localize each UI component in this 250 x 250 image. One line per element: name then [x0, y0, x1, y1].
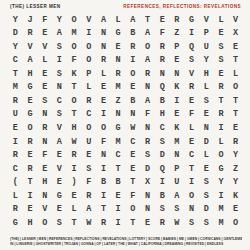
grid-cell: M — [170, 135, 185, 149]
grid-cell: N — [170, 149, 185, 163]
grid-cell: S — [155, 203, 170, 217]
grid-cell: Y — [8, 40, 23, 54]
grid-cell: V — [81, 13, 96, 27]
grid-cell: A — [81, 203, 96, 217]
grid-cell: O — [214, 149, 229, 163]
grid-cell: I — [52, 54, 67, 68]
grid-cell: J — [23, 13, 38, 27]
grid-cell: A — [170, 189, 185, 203]
grid-cell: R — [96, 216, 111, 230]
grid-cell: E — [184, 135, 199, 149]
grid-cell: F — [155, 27, 170, 41]
grid-cell: S — [184, 216, 199, 230]
grid-cell: E — [37, 27, 52, 41]
grid-cell: G — [23, 108, 38, 122]
grid-cell: V — [199, 13, 214, 27]
grid-cell: N — [140, 81, 155, 95]
grid-cell: I — [8, 135, 23, 149]
grid-cell: E — [214, 67, 229, 81]
grid-cell: E — [96, 94, 111, 108]
grid-cell: G — [8, 216, 23, 230]
grid-cell: E — [155, 13, 170, 27]
grid-cell: B — [126, 94, 141, 108]
grid-cell: V — [228, 13, 243, 27]
grid-cell: S — [199, 216, 214, 230]
grid-cell: N — [126, 108, 141, 122]
grid-cell: D — [199, 203, 214, 217]
grid-cell: V — [52, 122, 67, 136]
grid-cell: U — [199, 40, 214, 54]
grid-cell: R — [67, 149, 82, 163]
grid-cell: E — [67, 189, 82, 203]
grid-cell: Y — [228, 149, 243, 163]
grid-cell: F — [140, 108, 155, 122]
grid-cell: I — [184, 27, 199, 41]
grid-cell: T — [228, 54, 243, 68]
grid-cell: V — [37, 203, 52, 217]
grid-cell: A — [126, 13, 141, 27]
word-list-line-2: IN | LINGERIE | GHOSTWRITER | TROJAN | G… — [10, 242, 242, 247]
grid-cell: N — [96, 40, 111, 54]
grid-cell: L — [214, 135, 229, 149]
grid-cell: L — [184, 122, 199, 136]
grid-cell: R — [155, 216, 170, 230]
grid-cell: G — [52, 189, 67, 203]
grid-cell: B — [96, 176, 111, 190]
grid-cell: H — [37, 176, 52, 190]
grid-cell: S — [214, 54, 229, 68]
grid-cell: R — [37, 122, 52, 136]
grid-cell: E — [214, 27, 229, 41]
grid-cell: L — [67, 203, 82, 217]
grid-cell: K — [170, 122, 185, 136]
grid-cell: F — [37, 13, 52, 27]
grid-cell: C — [8, 54, 23, 68]
grid-cell: T — [184, 162, 199, 176]
grid-cell: T — [228, 94, 243, 108]
grid-cell: I — [170, 94, 185, 108]
grid-cell: Y — [214, 176, 229, 190]
grid-cell: S — [184, 54, 199, 68]
grid-cell: E — [37, 81, 52, 95]
grid-cell: B — [111, 176, 126, 190]
grid-cell: O — [184, 189, 199, 203]
grid-cell: I — [23, 189, 38, 203]
grid-cell: H — [155, 108, 170, 122]
grid-cell: M — [111, 81, 126, 95]
grid-cell: R — [214, 108, 229, 122]
grid-cell: A — [140, 54, 155, 68]
grid-cell: ( — [8, 176, 23, 190]
grid-cell: E — [170, 54, 185, 68]
grid-cell: N — [155, 67, 170, 81]
grid-cell: X — [140, 176, 155, 190]
grid-cell: N — [170, 67, 185, 81]
grid-cell: A — [23, 54, 38, 68]
grid-cell: T — [8, 67, 23, 81]
grid-cell: C — [52, 94, 67, 108]
word-list: (THE) | LESSER | MEN | REFERENCES | REFL… — [10, 237, 242, 247]
grid-cell: R — [170, 13, 185, 27]
grid-cell: V — [52, 162, 67, 176]
grid-cell: A — [96, 13, 111, 27]
grid-cell: W — [126, 122, 141, 136]
grid-cell: M — [214, 216, 229, 230]
grid-cell: H — [199, 67, 214, 81]
grid-cell: N — [199, 122, 214, 136]
grid-cell: D — [8, 27, 23, 41]
grid-cell: E — [228, 203, 243, 217]
grid-cell: F — [126, 189, 141, 203]
grid-cell: O — [126, 67, 141, 81]
grid-cell: S — [214, 40, 229, 54]
grid-cell: C — [81, 108, 96, 122]
grid-cell: H — [67, 122, 82, 136]
grid-cell: O — [140, 40, 155, 54]
grid-cell: E — [37, 67, 52, 81]
header: (THE) LESSER MEN REFERENCES, REFLECTIONS… — [10, 4, 241, 9]
grid-cell: W — [67, 135, 82, 149]
grid-cell: D — [199, 135, 214, 149]
grid-cell: E — [37, 162, 52, 176]
grid-cell: T — [67, 216, 82, 230]
grid-cell: R — [155, 54, 170, 68]
grid-cell: U — [8, 108, 23, 122]
grid-cell: Z — [111, 94, 126, 108]
grid-cell: L — [199, 149, 214, 163]
grid-cell: R — [23, 162, 38, 176]
grid-cell: R — [8, 203, 23, 217]
grid-cell: P — [170, 162, 185, 176]
grid-cell: P — [170, 40, 185, 54]
grid-cell: E — [52, 149, 67, 163]
grid-cell: L — [81, 81, 96, 95]
grid-cell: Z — [170, 27, 185, 41]
grid-cell: K — [67, 67, 82, 81]
grid-cell: L — [111, 13, 126, 27]
word-search-grid: YJFYOVALATERGVLVDREAMINGBAFZIPEXYVVSOONE… — [8, 13, 243, 230]
grid-cell: R — [81, 94, 96, 108]
grid-cell: R — [8, 94, 23, 108]
grid-cell: C — [155, 122, 170, 136]
grid-cell: H — [23, 67, 38, 81]
grid-cell: R — [140, 135, 155, 149]
grid-cell: S — [52, 216, 67, 230]
grid-cell: L — [96, 67, 111, 81]
grid-cell: E — [23, 203, 38, 217]
grid-cell: E — [96, 81, 111, 95]
grid-cell: N — [184, 203, 199, 217]
grid-cell: E — [126, 81, 141, 95]
grid-cell: I — [214, 122, 229, 136]
grid-cell: O — [228, 81, 243, 95]
grid-cell: N — [37, 108, 52, 122]
grid-cell: G — [214, 162, 229, 176]
grid-cell: S — [199, 176, 214, 190]
grid-cell: F — [37, 149, 52, 163]
grid-cell: R — [23, 27, 38, 41]
grid-cell: Y — [52, 13, 67, 27]
grid-cell: F — [184, 108, 199, 122]
grid-cell: S — [155, 135, 170, 149]
grid-cell: E — [126, 162, 141, 176]
grid-cell: E — [228, 40, 243, 54]
grid-cell: I — [81, 27, 96, 41]
grid-cell: Y — [199, 54, 214, 68]
grid-cell: Z — [228, 162, 243, 176]
grid-cell: E — [199, 108, 214, 122]
grid-cell: R — [126, 40, 141, 54]
grid-cell: N — [96, 149, 111, 163]
grid-cell: R — [23, 135, 38, 149]
grid-cell: T — [67, 81, 82, 95]
grid-cell: O — [228, 216, 243, 230]
grid-cell: E — [170, 108, 185, 122]
grid-cell: I — [67, 162, 82, 176]
grid-cell: Q — [155, 81, 170, 95]
grid-cell: E — [23, 149, 38, 163]
grid-cell: T — [23, 176, 38, 190]
grid-cell: O — [126, 203, 141, 217]
grid-cell: H — [23, 216, 38, 230]
grid-cell: N — [37, 189, 52, 203]
grid-cell: S — [199, 189, 214, 203]
grid-cell: R — [184, 81, 199, 95]
grid-cell: N — [111, 108, 126, 122]
grid-cell: E — [184, 94, 199, 108]
grid-cell: T — [96, 203, 111, 217]
grid-cell: W — [170, 216, 185, 230]
grid-cell: G — [111, 122, 126, 136]
grid-cell: B — [155, 94, 170, 108]
grid-cell: G — [184, 13, 199, 27]
grid-cell: T — [214, 94, 229, 108]
grid-cell: N — [37, 135, 52, 149]
grid-cell: I — [184, 176, 199, 190]
grid-cell: W — [81, 216, 96, 230]
grid-cell: U — [170, 176, 185, 190]
grid-cell: E — [111, 40, 126, 54]
grid-cell: N — [52, 81, 67, 95]
grid-cell: E — [52, 203, 67, 217]
grid-cell: F — [96, 135, 111, 149]
grid-cell: E — [126, 149, 141, 163]
grid-cell: E — [140, 216, 155, 230]
grid-cell: T — [126, 216, 141, 230]
grid-cell: A — [140, 27, 155, 41]
grid-cell: O — [81, 40, 96, 54]
grid-cell: E — [8, 122, 23, 136]
grid-cell: C — [8, 162, 23, 176]
grid-cell: C — [184, 149, 199, 163]
grid-cell: F — [81, 176, 96, 190]
grid-cell: V — [184, 67, 199, 81]
grid-cell: S — [52, 40, 67, 54]
grid-cell: I — [111, 216, 126, 230]
grid-cell: Q — [184, 40, 199, 54]
grid-cell: E — [199, 162, 214, 176]
grid-cell: O — [81, 54, 96, 68]
grid-cell: O — [23, 122, 38, 136]
grid-cell: G — [111, 27, 126, 41]
grid-cell: L — [199, 81, 214, 95]
grid-cell: O — [67, 13, 82, 27]
artist-name: (THE) LESSER MEN — [10, 4, 61, 9]
grid-cell: L — [37, 54, 52, 68]
grid-cell: Y — [228, 176, 243, 190]
grid-cell: D — [155, 149, 170, 163]
grid-cell: O — [37, 216, 52, 230]
grid-cell: E — [81, 149, 96, 163]
grid-cell: S — [81, 162, 96, 176]
grid-cell: D — [140, 162, 155, 176]
grid-cell: R — [228, 135, 243, 149]
grid-cell: ) — [67, 176, 82, 190]
grid-cell: R — [81, 189, 96, 203]
grid-cell: M — [214, 203, 229, 217]
grid-cell: T — [228, 108, 243, 122]
grid-cell: X — [228, 27, 243, 41]
grid-cell: T — [140, 13, 155, 27]
grid-cell: R — [214, 81, 229, 95]
album-title: REFERENCES, REFLECTIONS: REVELATIONS — [123, 4, 241, 9]
grid-cell: E — [228, 122, 243, 136]
grid-cell: M — [111, 135, 126, 149]
grid-cell: R — [111, 67, 126, 81]
grid-cell: O — [81, 122, 96, 136]
grid-cell: K — [228, 189, 243, 203]
grid-cell: F — [67, 54, 82, 68]
grid-cell: R — [8, 149, 23, 163]
grid-cell: M — [8, 81, 23, 95]
grid-cell: I — [96, 108, 111, 122]
grid-cell: I — [155, 176, 170, 190]
grid-cell: I — [111, 203, 126, 217]
grid-cell: S — [140, 149, 155, 163]
grid-cell: C — [111, 149, 126, 163]
grid-cell: P — [81, 67, 96, 81]
grid-cell: T — [67, 108, 82, 122]
grid-cell: I — [96, 189, 111, 203]
grid-cell: R — [140, 67, 155, 81]
grid-cell: R — [96, 54, 111, 68]
grid-cell: N — [140, 189, 155, 203]
grid-cell: M — [67, 27, 82, 41]
grid-cell: S — [52, 67, 67, 81]
grid-cell: A — [52, 27, 67, 41]
grid-cell: N — [140, 203, 155, 217]
grid-cell: Q — [155, 162, 170, 176]
grid-cell: L — [8, 189, 23, 203]
grid-cell: U — [81, 135, 96, 149]
grid-cell: L — [228, 67, 243, 81]
grid-cell: V — [23, 40, 38, 54]
grid-cell: S — [170, 203, 185, 217]
album-cover: (THE) LESSER MEN REFERENCES, REFLECTIONS… — [0, 0, 250, 250]
grid-cell: L — [214, 13, 229, 27]
grid-cell: I — [96, 162, 111, 176]
grid-cell: R — [155, 40, 170, 54]
grid-cell: P — [199, 27, 214, 41]
grid-cell: E — [52, 176, 67, 190]
grid-cell: A — [52, 135, 67, 149]
grid-cell: S — [199, 94, 214, 108]
grid-cell: A — [140, 94, 155, 108]
grid-cell: E — [23, 94, 38, 108]
grid-cell: G — [23, 81, 38, 95]
grid-cell: B — [126, 27, 141, 41]
grid-cell: T — [111, 162, 126, 176]
grid-cell: N — [111, 54, 126, 68]
grid-cell: I — [214, 189, 229, 203]
grid-cell: S — [52, 108, 67, 122]
grid-cell: N — [140, 122, 155, 136]
grid-cell: C — [126, 135, 141, 149]
grid-cell: B — [155, 189, 170, 203]
grid-cell: K — [170, 81, 185, 95]
grid-cell: S — [37, 94, 52, 108]
grid-cell: T — [126, 176, 141, 190]
grid-cell: O — [96, 122, 111, 136]
grid-cell: N — [96, 27, 111, 41]
grid-cell: E — [111, 189, 126, 203]
grid-cell: I — [126, 54, 141, 68]
grid-cell: Y — [8, 13, 23, 27]
grid-cell: V — [37, 40, 52, 54]
grid-cell: O — [67, 40, 82, 54]
grid-cell: O — [67, 94, 82, 108]
